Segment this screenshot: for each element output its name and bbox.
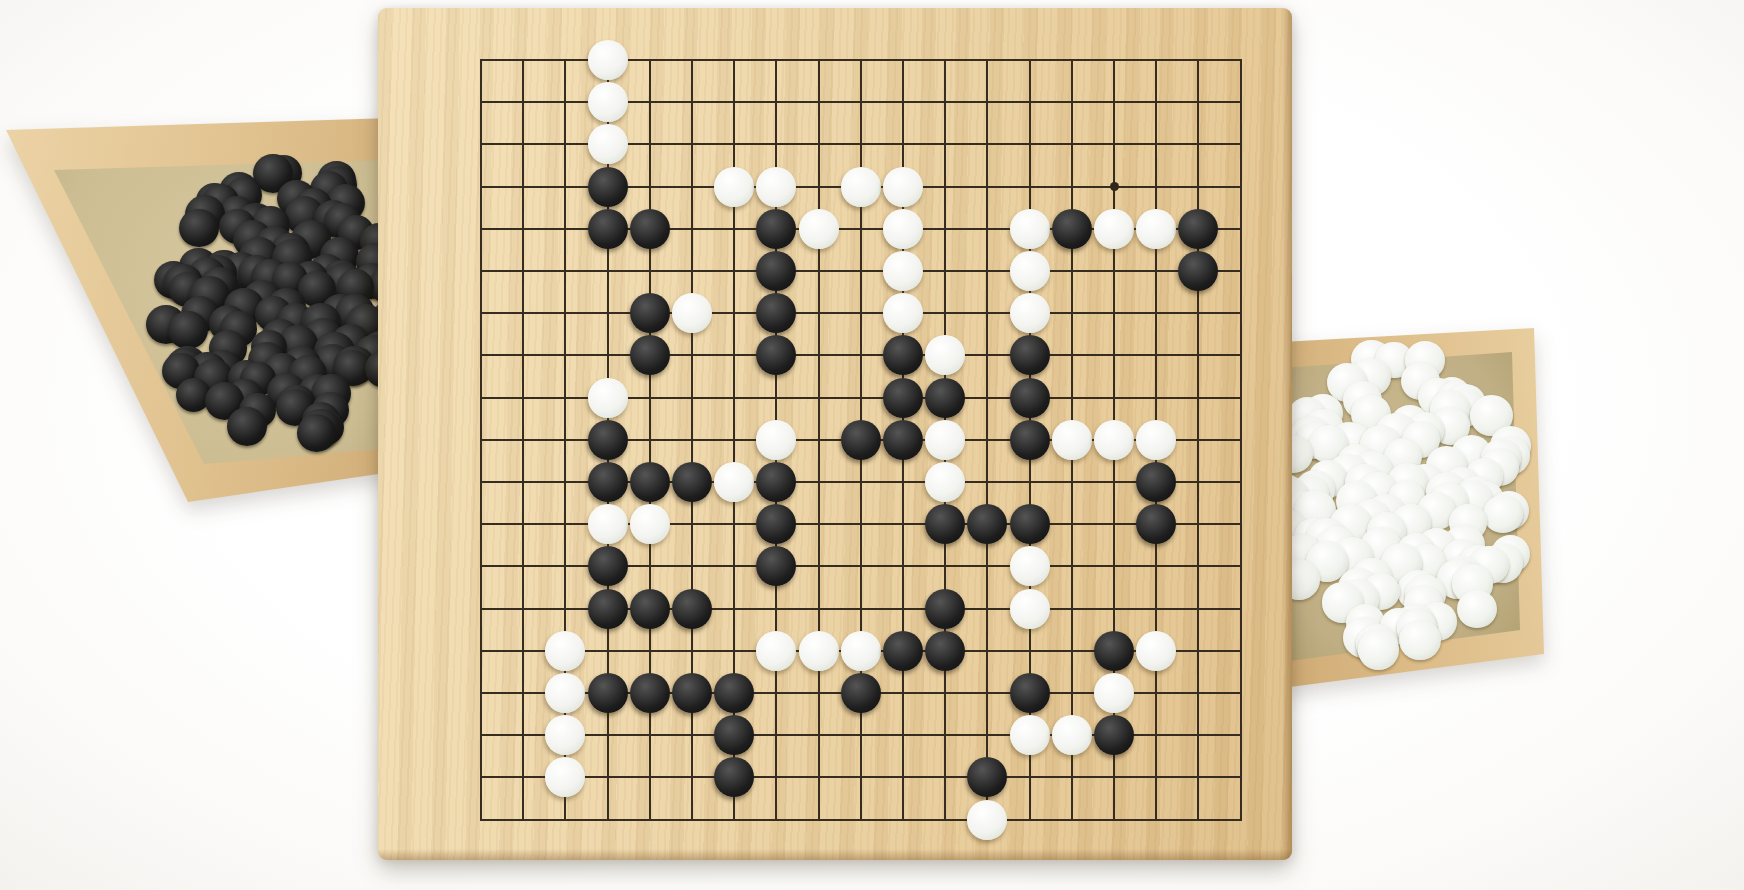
black-stone[interactable] bbox=[756, 251, 796, 291]
black-stone[interactable] bbox=[1136, 462, 1176, 502]
black-stone[interactable] bbox=[925, 631, 965, 671]
white-stone-tray[interactable] bbox=[1282, 312, 1552, 704]
black-stone[interactable] bbox=[1178, 209, 1218, 249]
black-stone[interactable] bbox=[588, 462, 628, 502]
white-stone[interactable] bbox=[925, 335, 965, 375]
white-stone[interactable] bbox=[714, 167, 754, 207]
grid-line-horizontal bbox=[480, 819, 1242, 821]
white-stone[interactable] bbox=[1052, 420, 1092, 460]
white-stone[interactable] bbox=[588, 378, 628, 418]
black-stone[interactable] bbox=[883, 378, 923, 418]
white-stone[interactable] bbox=[883, 209, 923, 249]
black-stone[interactable] bbox=[672, 673, 712, 713]
black-stone[interactable] bbox=[714, 757, 754, 797]
black-stone[interactable] bbox=[1010, 504, 1050, 544]
white-stone[interactable] bbox=[967, 800, 1007, 840]
white-stone[interactable] bbox=[1136, 209, 1176, 249]
black-stone[interactable] bbox=[630, 673, 670, 713]
grid-line-horizontal bbox=[480, 776, 1242, 778]
black-stone[interactable] bbox=[756, 335, 796, 375]
white-stone[interactable] bbox=[1010, 251, 1050, 291]
board-grid[interactable] bbox=[481, 60, 1241, 820]
black-stone[interactable] bbox=[925, 589, 965, 629]
white-stone[interactable] bbox=[1094, 673, 1134, 713]
white-stone[interactable] bbox=[1010, 715, 1050, 755]
black-stone[interactable] bbox=[630, 209, 670, 249]
white-stone[interactable] bbox=[672, 293, 712, 333]
white-stone[interactable] bbox=[1136, 631, 1176, 671]
black-stone[interactable] bbox=[672, 589, 712, 629]
black-stone[interactable] bbox=[588, 546, 628, 586]
black-stone[interactable] bbox=[925, 378, 965, 418]
white-stone[interactable] bbox=[883, 251, 923, 291]
black-stone[interactable] bbox=[1010, 673, 1050, 713]
black-stone[interactable] bbox=[588, 420, 628, 460]
black-stone[interactable] bbox=[883, 420, 923, 460]
white-stone[interactable] bbox=[545, 631, 585, 671]
black-stone[interactable] bbox=[588, 673, 628, 713]
black-stone[interactable] bbox=[714, 673, 754, 713]
black-stone[interactable] bbox=[1010, 335, 1050, 375]
white-stone[interactable] bbox=[756, 631, 796, 671]
white-stone[interactable] bbox=[588, 504, 628, 544]
black-stone[interactable] bbox=[588, 589, 628, 629]
white-stone[interactable] bbox=[1052, 715, 1092, 755]
black-stone[interactable] bbox=[630, 335, 670, 375]
white-stone[interactable] bbox=[925, 462, 965, 502]
black-stone[interactable] bbox=[1178, 251, 1218, 291]
black-stone[interactable] bbox=[630, 589, 670, 629]
white-stone[interactable] bbox=[714, 462, 754, 502]
black-stone[interactable] bbox=[714, 715, 754, 755]
white-stone[interactable] bbox=[588, 40, 628, 80]
white-stone[interactable] bbox=[1010, 589, 1050, 629]
black-stone[interactable] bbox=[1010, 378, 1050, 418]
tray-black-stone bbox=[297, 414, 336, 452]
black-stone[interactable] bbox=[1136, 504, 1176, 544]
white-stone[interactable] bbox=[1010, 209, 1050, 249]
black-stone[interactable] bbox=[1094, 631, 1134, 671]
white-stone[interactable] bbox=[756, 420, 796, 460]
white-stone[interactable] bbox=[545, 673, 585, 713]
star-point bbox=[1110, 182, 1119, 191]
black-stone[interactable] bbox=[883, 631, 923, 671]
white-stone[interactable] bbox=[630, 504, 670, 544]
tray-white-stone bbox=[1457, 590, 1497, 629]
black-stone[interactable] bbox=[925, 504, 965, 544]
white-stone[interactable] bbox=[841, 631, 881, 671]
black-stone[interactable] bbox=[967, 504, 1007, 544]
white-stone[interactable] bbox=[883, 167, 923, 207]
black-stone[interactable] bbox=[967, 757, 1007, 797]
black-stone[interactable] bbox=[630, 293, 670, 333]
white-stone[interactable] bbox=[1094, 209, 1134, 249]
white-stone[interactable] bbox=[841, 167, 881, 207]
white-stone[interactable] bbox=[588, 82, 628, 122]
white-stone[interactable] bbox=[925, 420, 965, 460]
white-stone[interactable] bbox=[1010, 293, 1050, 333]
black-stone[interactable] bbox=[1094, 715, 1134, 755]
tray-black-stone bbox=[179, 209, 219, 248]
grid-line-vertical bbox=[986, 59, 988, 821]
white-stone[interactable] bbox=[799, 631, 839, 671]
tray-black-stone bbox=[227, 407, 267, 446]
white-stone[interactable] bbox=[883, 293, 923, 333]
black-stone[interactable] bbox=[841, 673, 881, 713]
grid-line-vertical bbox=[1240, 59, 1242, 821]
white-stone[interactable] bbox=[1136, 420, 1176, 460]
white-stone[interactable] bbox=[545, 715, 585, 755]
grid-line-vertical bbox=[1197, 59, 1199, 821]
white-stone[interactable] bbox=[1010, 546, 1050, 586]
photo-stage bbox=[0, 0, 1744, 890]
tray-white-stone bbox=[1483, 495, 1523, 533]
black-stone-tray[interactable] bbox=[0, 112, 392, 512]
black-stone[interactable] bbox=[756, 293, 796, 333]
black-stone[interactable] bbox=[630, 462, 670, 502]
black-stone[interactable] bbox=[588, 209, 628, 249]
go-board[interactable] bbox=[378, 8, 1292, 860]
black-stone[interactable] bbox=[756, 462, 796, 502]
black-stone[interactable] bbox=[672, 462, 712, 502]
white-stone[interactable] bbox=[799, 209, 839, 249]
black-stone[interactable] bbox=[841, 420, 881, 460]
black-stone[interactable] bbox=[588, 167, 628, 207]
black-stone[interactable] bbox=[756, 209, 796, 249]
black-stone[interactable] bbox=[756, 504, 796, 544]
white-stone[interactable] bbox=[1094, 420, 1134, 460]
black-stone[interactable] bbox=[1010, 420, 1050, 460]
black-stone[interactable] bbox=[1052, 209, 1092, 249]
tray-white-stone bbox=[1358, 629, 1400, 669]
white-stone[interactable] bbox=[588, 124, 628, 164]
white-stone[interactable] bbox=[756, 167, 796, 207]
tray-black-stone bbox=[168, 311, 207, 349]
white-stone[interactable] bbox=[545, 757, 585, 797]
black-stone[interactable] bbox=[883, 335, 923, 375]
black-stone[interactable] bbox=[756, 546, 796, 586]
